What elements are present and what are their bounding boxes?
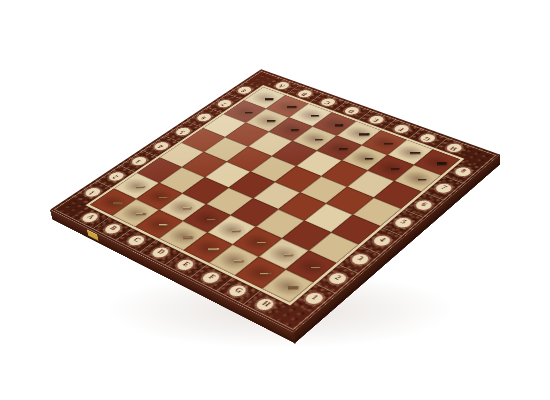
coordinate-medallion: H bbox=[252, 296, 279, 314]
coordinate-medallion: E bbox=[366, 114, 389, 126]
coordinate-medallion: C bbox=[317, 96, 339, 107]
coordinate-medallion: 1 bbox=[300, 290, 327, 307]
coordinate-medallion: 6 bbox=[411, 198, 436, 213]
coordinate-medallion: A bbox=[272, 80, 293, 91]
coordinate-medallion: D bbox=[341, 105, 363, 117]
coordinate-medallion: 5 bbox=[390, 215, 415, 230]
coordinate-medallion: 7 bbox=[431, 181, 456, 195]
coordinate-medallion: F bbox=[391, 123, 414, 135]
coordinate-medallion: 4 bbox=[369, 233, 395, 249]
coordinate-medallion: B bbox=[294, 88, 316, 99]
chess-set-photo: ABCDEFGH ABCDEFGH 87654321 87654321 ♜♞♝♛… bbox=[0, 0, 550, 400]
